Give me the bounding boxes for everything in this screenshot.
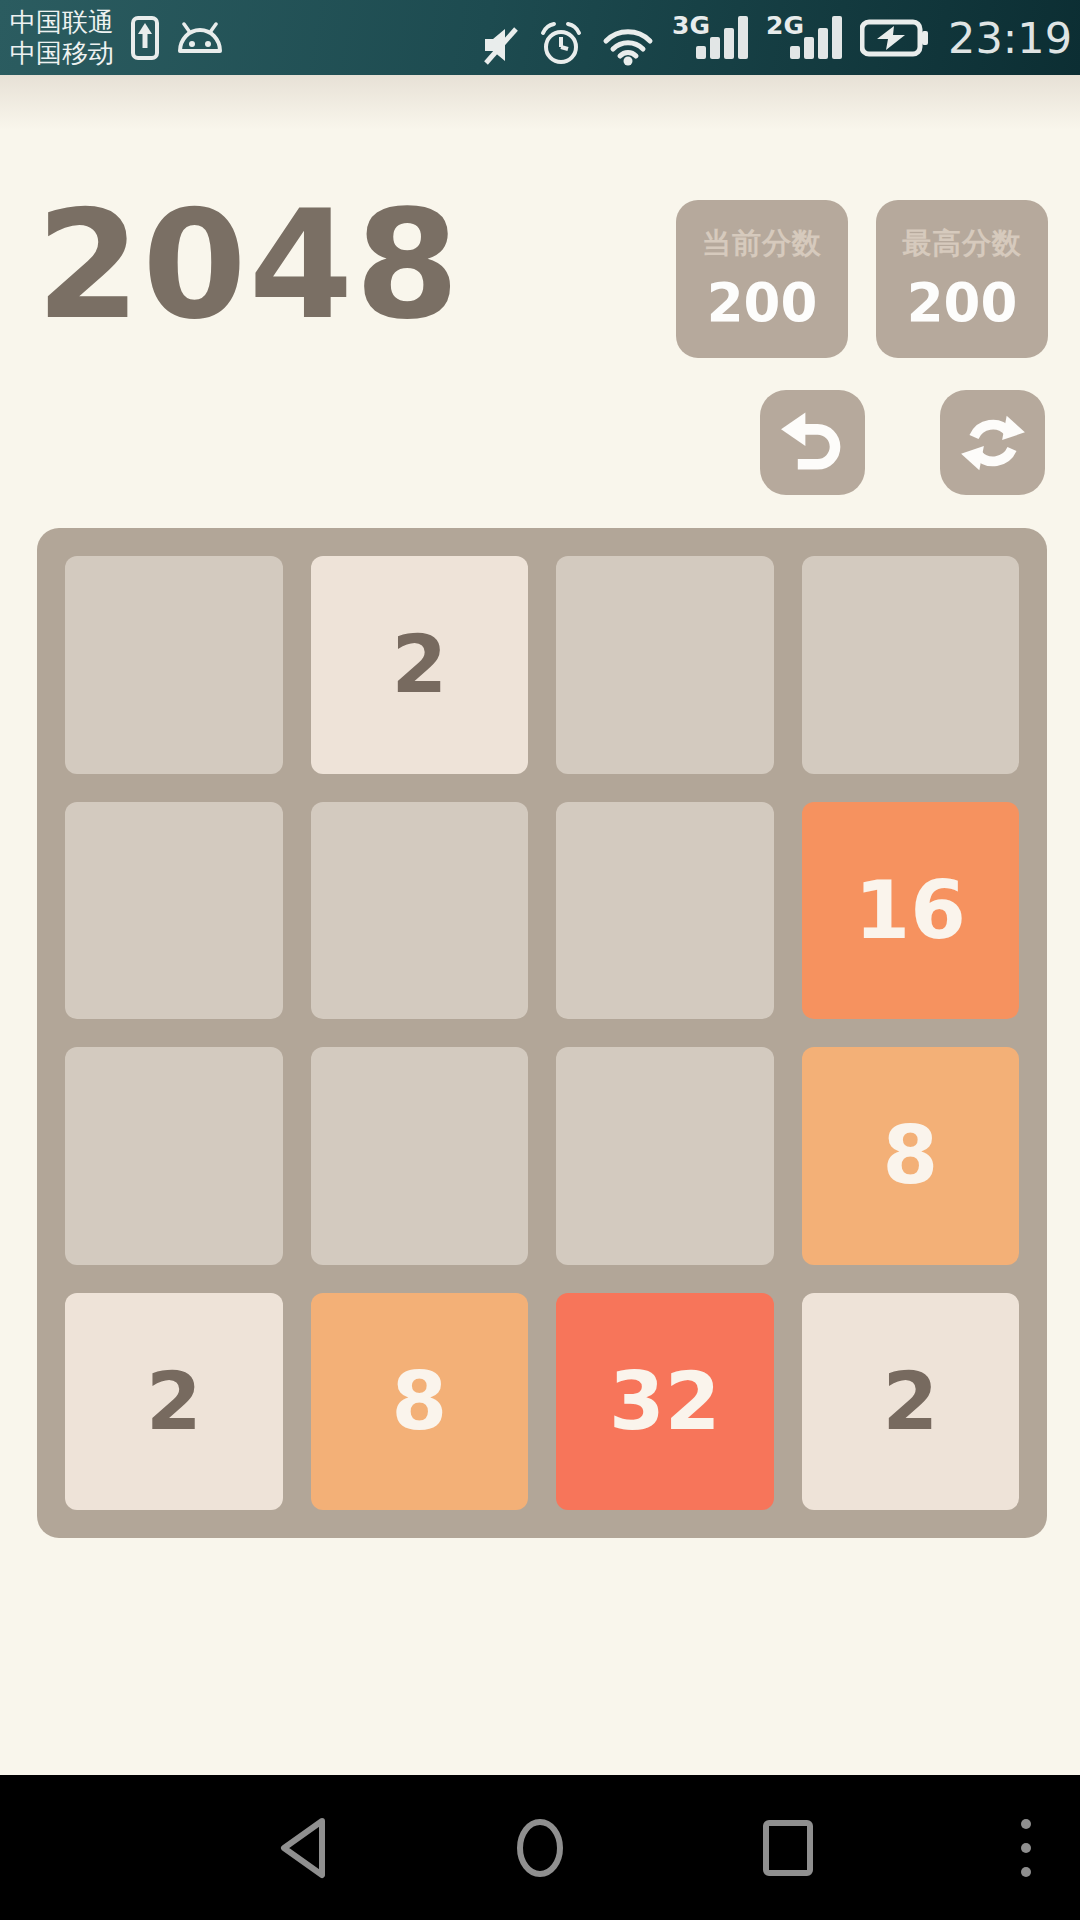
signal-3g-icon: 3G xyxy=(672,9,750,67)
back-button[interactable] xyxy=(274,1815,330,1881)
board-grid[interactable]: 216828322 xyxy=(37,528,1047,1538)
status-bar: 中国联通 中国移动 xyxy=(0,0,1080,75)
carrier-line2: 中国移动 xyxy=(10,38,114,69)
cell-empty xyxy=(65,802,283,1020)
phone-upload-icon xyxy=(130,15,160,61)
statusbar-shadow xyxy=(0,75,1080,130)
tile-8: 8 xyxy=(802,1047,1020,1265)
battery-charging-icon xyxy=(860,9,930,67)
tile-32: 32 xyxy=(556,1293,774,1511)
wifi-icon xyxy=(600,21,656,67)
tile-2: 2 xyxy=(802,1293,1020,1511)
status-icons: 3G 2G 23:19 xyxy=(480,9,1080,67)
tile-16: 16 xyxy=(802,802,1020,1020)
navigation-bar xyxy=(0,1775,1080,1920)
signal-bars-2g xyxy=(790,16,842,59)
menu-button[interactable] xyxy=(1021,1819,1031,1877)
cell-empty xyxy=(802,556,1020,774)
android-icon xyxy=(176,22,224,54)
tile-2: 2 xyxy=(311,556,529,774)
cell-empty xyxy=(311,1047,529,1265)
home-button[interactable] xyxy=(514,1817,566,1879)
overflow-menu-icon xyxy=(1021,1819,1031,1877)
cell-empty xyxy=(65,556,283,774)
alarm-clock-icon xyxy=(538,21,584,67)
carrier-labels: 中国联通 中国移动 xyxy=(10,7,114,69)
clock: 23:19 xyxy=(948,9,1072,67)
cell-empty xyxy=(311,802,529,1020)
tile-2: 2 xyxy=(65,1293,283,1511)
tile-8: 8 xyxy=(311,1293,529,1511)
signal-bars-3g xyxy=(696,16,748,59)
score-current-label: 当前分数 xyxy=(676,224,848,264)
phone-screen: 中国联通 中国移动 xyxy=(0,0,1080,1920)
refresh-icon xyxy=(955,405,1031,481)
recents-button[interactable] xyxy=(761,1818,815,1878)
score-current-value: 200 xyxy=(676,272,848,333)
home-icon xyxy=(514,1817,566,1879)
cell-empty xyxy=(65,1047,283,1265)
cell-empty xyxy=(556,802,774,1020)
carrier-line1: 中国联通 xyxy=(10,7,114,38)
app-title: 2048 xyxy=(36,190,461,340)
score-current-box: 当前分数 200 xyxy=(676,200,848,358)
restart-button[interactable] xyxy=(940,390,1045,495)
score-best-value: 200 xyxy=(876,272,1048,333)
mute-icon xyxy=(480,23,522,67)
back-icon xyxy=(274,1815,330,1881)
undo-icon xyxy=(775,405,851,481)
score-best-label: 最高分数 xyxy=(876,224,1048,264)
cell-empty xyxy=(556,556,774,774)
cell-empty xyxy=(556,1047,774,1265)
signal-2g-icon: 2G xyxy=(766,9,844,67)
score-best-box: 最高分数 200 xyxy=(876,200,1048,358)
recents-icon xyxy=(761,1818,815,1878)
undo-button[interactable] xyxy=(760,390,865,495)
